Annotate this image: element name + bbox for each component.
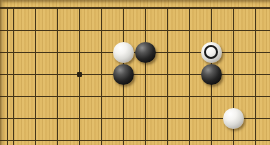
- white-stone-cell[interactable]: [200, 41, 222, 63]
- white-stone-cell[interactable]: [222, 107, 244, 129]
- board-intersections[interactable]: [2, 0, 266, 145]
- black-stone-cell[interactable]: [112, 63, 134, 85]
- black-stone[interactable]: [201, 64, 222, 85]
- go-board[interactable]: [0, 0, 270, 145]
- black-stone[interactable]: [135, 42, 156, 63]
- white-stone-marked[interactable]: [201, 42, 222, 63]
- white-stone[interactable]: [223, 108, 244, 129]
- black-stone-cell[interactable]: [134, 41, 156, 63]
- black-stone-cell[interactable]: [200, 63, 222, 85]
- white-stone[interactable]: [113, 42, 134, 63]
- star-point-cell: [68, 63, 90, 85]
- star-point: [77, 72, 82, 77]
- black-stone[interactable]: [113, 64, 134, 85]
- white-stone-cell[interactable]: [112, 41, 134, 63]
- last-move-circle-marker: [204, 45, 218, 59]
